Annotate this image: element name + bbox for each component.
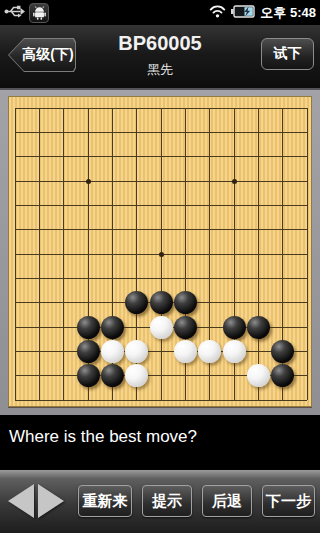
clock-time: 오후 5:48 (260, 4, 316, 22)
stone-white (125, 364, 148, 387)
prev-arrow-icon[interactable] (8, 484, 34, 518)
goban-grid (15, 108, 307, 400)
board-frame (0, 88, 320, 415)
grid-line-h (15, 400, 307, 401)
hint-button[interactable]: 提示 (142, 485, 192, 517)
star-point (232, 179, 237, 184)
restart-button[interactable]: 重新来 (78, 485, 132, 517)
next-arrow-icon[interactable] (38, 484, 64, 518)
undo-button[interactable]: 后退 (202, 485, 252, 517)
grid-line-h (15, 278, 307, 279)
stone-black (271, 340, 294, 363)
grid-line-v (307, 108, 308, 400)
status-bar-left (4, 3, 49, 23)
stone-black (101, 364, 124, 387)
stone-black (150, 291, 173, 314)
star-point (159, 252, 164, 257)
stone-white (125, 340, 148, 363)
stone-black (101, 316, 124, 339)
wifi-icon (209, 4, 226, 22)
stone-white (101, 340, 124, 363)
problem-title: BP60005 (60, 32, 260, 55)
stone-black (247, 316, 270, 339)
header: 高级(下) BP60005 黑先 试下 (0, 25, 320, 88)
stone-black (77, 316, 100, 339)
stone-white (247, 364, 270, 387)
grid-line-h (15, 351, 307, 352)
stone-white (223, 340, 246, 363)
stone-black (223, 316, 246, 339)
stone-black (125, 291, 148, 314)
goban[interactable] (8, 96, 312, 407)
android-notification-icon (29, 3, 49, 23)
stone-black (77, 340, 100, 363)
stone-black (174, 316, 197, 339)
to-play-subtitle: 黑先 (60, 61, 260, 79)
bottom-toolbar: 重新来 提示 后退 下一步 (0, 470, 320, 533)
stone-black (77, 364, 100, 387)
stone-white (174, 340, 197, 363)
problem-message: Where is the best move? (0, 415, 320, 470)
usb-icon (4, 4, 25, 22)
stone-white (150, 316, 173, 339)
status-bar: 오후 5:48 (0, 0, 320, 25)
stone-black (271, 364, 294, 387)
next-step-button[interactable]: 下一步 (262, 485, 315, 517)
screen: 오후 5:48 高级(下) BP60005 黑先 试下 Where is the… (0, 0, 320, 533)
star-point (86, 179, 91, 184)
stone-white (198, 340, 221, 363)
try-move-button[interactable]: 试下 (261, 38, 314, 70)
status-bar-right: 오후 5:48 (209, 0, 316, 25)
grid-line-v (258, 108, 259, 400)
stone-black (174, 291, 197, 314)
battery-charging-icon (231, 4, 255, 22)
